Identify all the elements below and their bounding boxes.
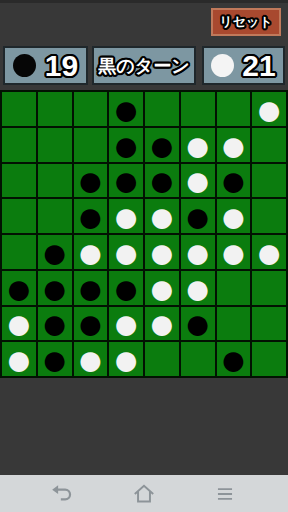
white-disc: ●	[76, 237, 104, 267]
white-disc-icon	[211, 54, 234, 77]
cell-r8c6[interactable]	[181, 342, 215, 376]
cell-r1c5[interactable]	[145, 92, 179, 126]
scoreboard: 19 黒のターン 21	[3, 46, 285, 85]
cell-r8c8[interactable]	[252, 342, 286, 376]
cell-r5c3[interactable]: ●	[74, 235, 108, 269]
cell-r3c8[interactable]	[252, 164, 286, 198]
black-disc: ●	[41, 273, 69, 303]
white-disc: ●	[148, 237, 176, 267]
cell-r2c1[interactable]	[2, 128, 36, 162]
black-disc: ●	[41, 237, 69, 267]
cell-r5c1[interactable]	[2, 235, 36, 269]
cell-r8c2[interactable]: ●	[38, 342, 72, 376]
cell-r3c7[interactable]: ●	[217, 164, 251, 198]
cell-r8c4[interactable]: ●	[109, 342, 143, 376]
cell-r7c8[interactable]	[252, 307, 286, 341]
cell-r1c6[interactable]	[181, 92, 215, 126]
cell-r4c8[interactable]	[252, 199, 286, 233]
black-disc: ●	[76, 273, 104, 303]
white-disc: ●	[112, 201, 140, 231]
white-disc: ●	[184, 237, 212, 267]
black-disc: ●	[41, 344, 69, 374]
cell-r1c4[interactable]: ●	[109, 92, 143, 126]
home-icon[interactable]	[131, 481, 157, 507]
android-nav-bar	[0, 475, 288, 512]
cell-r8c7[interactable]: ●	[217, 342, 251, 376]
white-disc: ●	[184, 130, 212, 160]
cell-r4c2[interactable]	[38, 199, 72, 233]
cell-r3c1[interactable]	[2, 164, 36, 198]
white-disc: ●	[5, 308, 33, 338]
white-disc: ●	[219, 201, 247, 231]
cell-r5c4[interactable]: ●	[109, 235, 143, 269]
white-disc: ●	[148, 273, 176, 303]
cell-r1c7[interactable]	[217, 92, 251, 126]
cell-r7c4[interactable]: ●	[109, 307, 143, 341]
black-disc: ●	[5, 273, 33, 303]
cell-r5c7[interactable]: ●	[217, 235, 251, 269]
cell-r3c5[interactable]: ●	[145, 164, 179, 198]
othello-board: ●●●●●●●●●●●●●●●●●●●●●●●●●●●●●●●●●●●●●●●●	[0, 90, 288, 378]
cell-r7c5[interactable]: ●	[145, 307, 179, 341]
cell-r8c3[interactable]: ●	[74, 342, 108, 376]
cell-r4c3[interactable]: ●	[74, 199, 108, 233]
black-disc: ●	[184, 308, 212, 338]
black-disc: ●	[76, 201, 104, 231]
black-disc: ●	[112, 94, 140, 124]
white-disc: ●	[219, 130, 247, 160]
cell-r6c6[interactable]: ●	[181, 271, 215, 305]
cell-r2c3[interactable]	[74, 128, 108, 162]
cell-r2c2[interactable]	[38, 128, 72, 162]
turn-indicator-panel: 黒のターン	[92, 46, 196, 85]
cell-r1c3[interactable]	[74, 92, 108, 126]
black-disc: ●	[184, 201, 212, 231]
cell-r2c4[interactable]: ●	[109, 128, 143, 162]
cell-r6c5[interactable]: ●	[145, 271, 179, 305]
white-disc: ●	[184, 273, 212, 303]
cell-r6c3[interactable]: ●	[74, 271, 108, 305]
cell-r3c3[interactable]: ●	[74, 164, 108, 198]
cell-r3c2[interactable]	[38, 164, 72, 198]
othello-app-screen: リセット 19 黒のターン 21 ●●●●●●●●●●●●●●●●●●●●●●●…	[0, 0, 288, 512]
cell-r5c5[interactable]: ●	[145, 235, 179, 269]
cell-r4c6[interactable]: ●	[181, 199, 215, 233]
cell-r2c7[interactable]: ●	[217, 128, 251, 162]
black-disc: ●	[148, 130, 176, 160]
cell-r1c2[interactable]	[38, 92, 72, 126]
white-disc: ●	[5, 344, 33, 374]
white-disc: ●	[148, 201, 176, 231]
cell-r6c2[interactable]: ●	[38, 271, 72, 305]
cell-r7c3[interactable]: ●	[74, 307, 108, 341]
black-disc: ●	[112, 273, 140, 303]
cell-r3c6[interactable]: ●	[181, 164, 215, 198]
cell-r4c5[interactable]: ●	[145, 199, 179, 233]
cell-r6c7[interactable]	[217, 271, 251, 305]
white-score-count: 21	[242, 51, 275, 81]
black-disc: ●	[41, 308, 69, 338]
white-score-panel: 21	[202, 46, 285, 85]
black-score-panel: 19	[3, 46, 88, 85]
white-disc: ●	[112, 344, 140, 374]
cell-r7c6[interactable]: ●	[181, 307, 215, 341]
white-disc: ●	[184, 165, 212, 195]
black-disc: ●	[219, 344, 247, 374]
reset-button[interactable]: リセット	[211, 8, 281, 36]
cell-r6c1[interactable]: ●	[2, 271, 36, 305]
black-disc: ●	[219, 165, 247, 195]
cell-r6c8[interactable]	[252, 271, 286, 305]
cell-r2c8[interactable]	[252, 128, 286, 162]
cell-r6c4[interactable]: ●	[109, 271, 143, 305]
white-disc: ●	[112, 237, 140, 267]
black-score-count: 19	[45, 51, 78, 81]
cell-r4c4[interactable]: ●	[109, 199, 143, 233]
cell-r1c8[interactable]: ●	[252, 92, 286, 126]
cell-r3c4[interactable]: ●	[109, 164, 143, 198]
statusbar-shade	[0, 0, 288, 3]
cell-r8c5[interactable]	[145, 342, 179, 376]
cell-r1c1[interactable]	[2, 92, 36, 126]
white-disc: ●	[219, 237, 247, 267]
black-disc-icon	[13, 54, 36, 77]
cell-r7c1[interactable]: ●	[2, 307, 36, 341]
cell-r2c5[interactable]: ●	[145, 128, 179, 162]
white-disc: ●	[255, 94, 283, 124]
cell-r5c2[interactable]: ●	[38, 235, 72, 269]
cell-r5c6[interactable]: ●	[181, 235, 215, 269]
cell-r4c7[interactable]: ●	[217, 199, 251, 233]
cell-r7c2[interactable]: ●	[38, 307, 72, 341]
cell-r8c1[interactable]: ●	[2, 342, 36, 376]
cell-r7c7[interactable]	[217, 307, 251, 341]
black-disc: ●	[112, 165, 140, 195]
white-disc: ●	[148, 308, 176, 338]
back-icon[interactable]	[50, 481, 76, 507]
cell-r5c8[interactable]: ●	[252, 235, 286, 269]
black-disc: ●	[76, 308, 104, 338]
black-disc: ●	[76, 165, 104, 195]
black-disc: ●	[112, 130, 140, 160]
white-disc: ●	[76, 344, 104, 374]
cell-r2c6[interactable]: ●	[181, 128, 215, 162]
turn-label: 黒のターン	[98, 54, 189, 78]
black-disc: ●	[148, 165, 176, 195]
white-disc: ●	[255, 237, 283, 267]
menu-icon[interactable]	[212, 481, 238, 507]
cell-r4c1[interactable]	[2, 199, 36, 233]
white-disc: ●	[112, 308, 140, 338]
